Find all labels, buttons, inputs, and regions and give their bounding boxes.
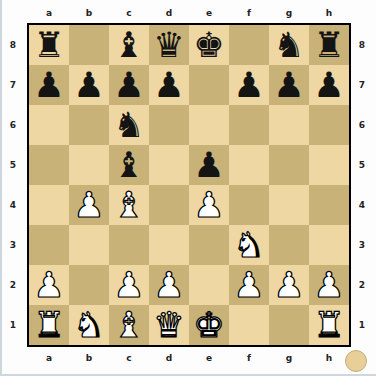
rank-label-3: 3 bbox=[349, 225, 375, 265]
square-g6[interactable] bbox=[269, 105, 309, 145]
square-f4[interactable] bbox=[229, 185, 269, 225]
file-labels-bottom: abcdefgh bbox=[29, 351, 349, 365]
file-label-b: b bbox=[69, 6, 109, 20]
square-f6[interactable] bbox=[229, 105, 269, 145]
square-f8[interactable] bbox=[229, 25, 269, 65]
square-h5[interactable] bbox=[309, 145, 349, 185]
file-label-a: a bbox=[29, 6, 69, 20]
file-label-g: g bbox=[269, 6, 309, 20]
square-f1[interactable] bbox=[229, 305, 269, 345]
rank-label-4: 4 bbox=[349, 185, 375, 225]
rank-label-1: 1 bbox=[0, 305, 26, 345]
file-label-f: f bbox=[229, 6, 269, 20]
square-c7[interactable]: ♟ bbox=[109, 65, 149, 105]
piece-black-pawn[interactable]: ♟ bbox=[69, 65, 109, 105]
piece-white-bishop[interactable]: ♝ bbox=[109, 185, 149, 225]
square-d6[interactable] bbox=[149, 105, 189, 145]
square-b5[interactable] bbox=[69, 145, 109, 185]
rank-label-3: 3 bbox=[0, 225, 26, 265]
rank-label-8: 8 bbox=[349, 25, 375, 65]
piece-white-pawn[interactable]: ♟ bbox=[229, 265, 269, 305]
square-b3[interactable] bbox=[69, 225, 109, 265]
piece-white-pawn[interactable]: ♟ bbox=[109, 265, 149, 305]
piece-black-bishop[interactable]: ♝ bbox=[109, 145, 149, 185]
piece-black-knight[interactable]: ♞ bbox=[109, 105, 149, 145]
piece-black-rook[interactable]: ♜ bbox=[29, 25, 69, 65]
piece-black-knight[interactable]: ♞ bbox=[269, 25, 309, 65]
rank-labels-right: 87654321 bbox=[349, 25, 375, 345]
square-b2[interactable] bbox=[69, 265, 109, 305]
square-a4[interactable] bbox=[29, 185, 69, 225]
square-g8[interactable]: ♞ bbox=[269, 25, 309, 65]
square-g7[interactable]: ♟ bbox=[269, 65, 309, 105]
square-h4[interactable] bbox=[309, 185, 349, 225]
piece-white-rook[interactable]: ♜ bbox=[29, 305, 69, 345]
piece-white-queen[interactable]: ♛ bbox=[149, 305, 189, 345]
square-e1[interactable]: ♚ bbox=[189, 305, 229, 345]
file-label-h: h bbox=[309, 6, 349, 20]
square-d4[interactable] bbox=[149, 185, 189, 225]
rank-label-7: 7 bbox=[0, 65, 26, 105]
square-c4[interactable]: ♝ bbox=[109, 185, 149, 225]
rank-labels-left: 87654321 bbox=[0, 25, 26, 345]
square-d1[interactable]: ♛ bbox=[149, 305, 189, 345]
rank-label-5: 5 bbox=[349, 145, 375, 185]
square-a1[interactable]: ♜ bbox=[29, 305, 69, 345]
rank-label-1: 1 bbox=[349, 305, 375, 345]
turn-indicator bbox=[345, 350, 367, 372]
square-c3[interactable] bbox=[109, 225, 149, 265]
square-a2[interactable]: ♟ bbox=[29, 265, 69, 305]
piece-white-bishop[interactable]: ♝ bbox=[109, 305, 149, 345]
square-g2[interactable]: ♟ bbox=[269, 265, 309, 305]
square-e8[interactable]: ♚ bbox=[189, 25, 229, 65]
square-d5[interactable] bbox=[149, 145, 189, 185]
square-d2[interactable]: ♟ bbox=[149, 265, 189, 305]
square-e7[interactable] bbox=[189, 65, 229, 105]
file-label-h: h bbox=[309, 351, 349, 365]
square-h8[interactable]: ♜ bbox=[309, 25, 349, 65]
file-label-f: f bbox=[229, 351, 269, 365]
square-b8[interactable] bbox=[69, 25, 109, 65]
piece-black-bishop[interactable]: ♝ bbox=[109, 25, 149, 65]
rank-label-6: 6 bbox=[349, 105, 375, 145]
square-d3[interactable] bbox=[149, 225, 189, 265]
square-a5[interactable] bbox=[29, 145, 69, 185]
square-d7[interactable]: ♟ bbox=[149, 65, 189, 105]
piece-black-rook[interactable]: ♜ bbox=[309, 25, 349, 65]
piece-white-pawn[interactable]: ♟ bbox=[149, 265, 189, 305]
file-label-e: e bbox=[189, 6, 229, 20]
piece-white-rook[interactable]: ♜ bbox=[309, 305, 349, 345]
square-e6[interactable] bbox=[189, 105, 229, 145]
file-label-c: c bbox=[109, 6, 149, 20]
square-a3[interactable] bbox=[29, 225, 69, 265]
square-f5[interactable] bbox=[229, 145, 269, 185]
square-f3[interactable]: ♞ bbox=[229, 225, 269, 265]
square-c5[interactable]: ♝ bbox=[109, 145, 149, 185]
square-f2[interactable]: ♟ bbox=[229, 265, 269, 305]
square-e5[interactable]: ♟ bbox=[189, 145, 229, 185]
piece-black-queen[interactable]: ♛ bbox=[149, 25, 189, 65]
file-label-e: e bbox=[189, 351, 229, 365]
piece-black-king[interactable]: ♚ bbox=[189, 25, 229, 65]
rank-label-6: 6 bbox=[0, 105, 26, 145]
chess-board[interactable]: ♜♝♛♚♞♜♟♟♟♟♟♟♟♞♝♟♟♝♟♞♟♟♟♟♟♟♜♞♝♛♚♜ bbox=[27, 23, 351, 347]
square-e4[interactable]: ♟ bbox=[189, 185, 229, 225]
square-b6[interactable] bbox=[69, 105, 109, 145]
square-d8[interactable]: ♛ bbox=[149, 25, 189, 65]
piece-white-knight[interactable]: ♞ bbox=[229, 225, 269, 265]
square-g1[interactable] bbox=[269, 305, 309, 345]
square-b7[interactable]: ♟ bbox=[69, 65, 109, 105]
square-a8[interactable]: ♜ bbox=[29, 25, 69, 65]
file-label-d: d bbox=[149, 351, 189, 365]
piece-black-pawn[interactable]: ♟ bbox=[229, 65, 269, 105]
square-g5[interactable] bbox=[269, 145, 309, 185]
rank-label-4: 4 bbox=[0, 185, 26, 225]
square-c6[interactable]: ♞ bbox=[109, 105, 149, 145]
piece-white-pawn[interactable]: ♟ bbox=[69, 185, 109, 225]
rank-label-2: 2 bbox=[349, 265, 375, 305]
piece-white-pawn[interactable]: ♟ bbox=[29, 265, 69, 305]
file-labels-top: abcdefgh bbox=[29, 6, 349, 20]
piece-black-pawn[interactable]: ♟ bbox=[149, 65, 189, 105]
square-c8[interactable]: ♝ bbox=[109, 25, 149, 65]
square-b4[interactable]: ♟ bbox=[69, 185, 109, 225]
square-f7[interactable]: ♟ bbox=[229, 65, 269, 105]
rank-label-2: 2 bbox=[0, 265, 26, 305]
square-c2[interactable]: ♟ bbox=[109, 265, 149, 305]
square-a6[interactable] bbox=[29, 105, 69, 145]
square-e3[interactable] bbox=[189, 225, 229, 265]
file-label-a: a bbox=[29, 351, 69, 365]
piece-black-pawn[interactable]: ♟ bbox=[269, 65, 309, 105]
square-h1[interactable]: ♜ bbox=[309, 305, 349, 345]
piece-white-knight[interactable]: ♞ bbox=[69, 305, 109, 345]
square-h6[interactable] bbox=[309, 105, 349, 145]
square-b1[interactable]: ♞ bbox=[69, 305, 109, 345]
square-a7[interactable]: ♟ bbox=[29, 65, 69, 105]
file-label-g: g bbox=[269, 351, 309, 365]
square-h2[interactable]: ♟ bbox=[309, 265, 349, 305]
rank-label-8: 8 bbox=[0, 25, 26, 65]
file-label-c: c bbox=[109, 351, 149, 365]
piece-black-pawn[interactable]: ♟ bbox=[309, 65, 349, 105]
rank-label-5: 5 bbox=[0, 145, 26, 185]
piece-white-pawn[interactable]: ♟ bbox=[189, 185, 229, 225]
piece-white-king[interactable]: ♚ bbox=[189, 305, 229, 345]
square-h3[interactable] bbox=[309, 225, 349, 265]
piece-white-pawn[interactable]: ♟ bbox=[309, 265, 349, 305]
piece-black-pawn[interactable]: ♟ bbox=[109, 65, 149, 105]
square-c1[interactable]: ♝ bbox=[109, 305, 149, 345]
square-g4[interactable] bbox=[269, 185, 309, 225]
piece-black-pawn[interactable]: ♟ bbox=[189, 145, 229, 185]
square-h7[interactable]: ♟ bbox=[309, 65, 349, 105]
file-label-d: d bbox=[149, 6, 189, 20]
file-label-b: b bbox=[69, 351, 109, 365]
square-g3[interactable] bbox=[269, 225, 309, 265]
rank-label-7: 7 bbox=[349, 65, 375, 105]
square-e2[interactable] bbox=[189, 265, 229, 305]
piece-white-pawn[interactable]: ♟ bbox=[269, 265, 309, 305]
piece-black-pawn[interactable]: ♟ bbox=[29, 65, 69, 105]
